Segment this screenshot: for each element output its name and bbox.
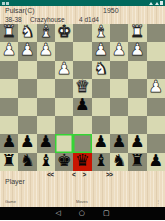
holding-cell-5[interactable]: [147, 98, 165, 116]
square-a8[interactable]: ♜: [128, 153, 146, 171]
holding-cell-2[interactable]: [147, 42, 165, 60]
back-icon[interactable]: ◁: [55, 210, 60, 217]
prev-move-button[interactable]: <: [72, 171, 75, 178]
black-pawn[interactable]: ♟: [93, 134, 108, 151]
black-queen[interactable]: ♛: [75, 153, 90, 170]
black-pawn[interactable]: ♟: [20, 134, 35, 151]
square-d1[interactable]: [73, 24, 91, 42]
square-b8[interactable]: ♞: [110, 153, 128, 171]
overflow-menu-icon[interactable]: ⋮: [156, 199, 160, 204]
square-e3[interactable]: ♟: [55, 61, 73, 79]
black-pawn[interactable]: ♟: [148, 153, 163, 170]
white-pawn[interactable]: ♟: [2, 42, 17, 59]
home-icon[interactable]: ○: [79, 210, 85, 217]
square-c3[interactable]: ♞: [92, 61, 110, 79]
square-g8[interactable]: ♞: [18, 153, 36, 171]
white-rook[interactable]: ♜: [130, 24, 145, 41]
square-g2[interactable]: ♟: [18, 42, 36, 60]
white-pawn[interactable]: ♟: [148, 79, 163, 96]
white-pawn[interactable]: ♟: [57, 61, 72, 78]
notification-icons: [2, 2, 9, 5]
square-f3[interactable]: [37, 61, 55, 79]
app-screen: Pulsar(C) 1950 38-38 Crazyhouse 4 d1d4 ♜…: [0, 0, 165, 220]
recents-icon[interactable]: ▢: [103, 210, 110, 217]
white-rook[interactable]: ♜: [2, 24, 17, 41]
black-knight[interactable]: ♞: [112, 153, 127, 170]
square-a2[interactable]: ♟: [128, 42, 146, 60]
square-e6[interactable]: [55, 116, 73, 134]
square-a4[interactable]: [128, 79, 146, 97]
square-g3[interactable]: [18, 61, 36, 79]
black-knight[interactable]: ♞: [20, 153, 35, 170]
menu-moves[interactable]: Moves: [76, 199, 88, 204]
square-b4[interactable]: [110, 79, 128, 97]
square-a5[interactable]: [128, 98, 146, 116]
black-pawn[interactable]: ♟: [112, 134, 127, 151]
next-move-button[interactable]: >: [83, 171, 86, 178]
white-pawn[interactable]: ♟: [38, 42, 53, 59]
wifi-icon: [155, 2, 159, 5]
square-f8[interactable]: ♝: [37, 153, 55, 171]
board-grid[interactable]: ♜♞♝♚♝♜♟♟♟♟♟♟♟♞♛♟♟♟♟♟♟♟♟♜♞♝♚♛♝♞♜♟: [0, 24, 165, 171]
first-move-button[interactable]: <<: [47, 171, 54, 178]
square-f5[interactable]: [37, 98, 55, 116]
menu-game[interactable]: Game: [5, 199, 16, 204]
square-e1[interactable]: ♚: [55, 24, 73, 42]
square-e8[interactable]: ♚: [55, 153, 73, 171]
notification-icon: [2, 2, 5, 5]
white-pawn[interactable]: ♟: [20, 42, 35, 59]
square-b5[interactable]: [110, 98, 128, 116]
signal-icon: [149, 2, 153, 5]
square-h3[interactable]: [0, 61, 18, 79]
holding-cell-1[interactable]: [147, 24, 165, 42]
square-e4[interactable]: [55, 79, 73, 97]
holding-cell-6[interactable]: [147, 116, 165, 134]
square-h2[interactable]: ♟: [0, 42, 18, 60]
black-pawn[interactable]: ♟: [38, 134, 53, 151]
black-rook[interactable]: ♜: [2, 153, 17, 170]
white-knight[interactable]: ♞: [20, 24, 35, 41]
opponent-name: Pulsar(C): [5, 7, 35, 14]
black-king[interactable]: ♚: [57, 153, 72, 170]
move-navigation: << < > >>: [0, 171, 165, 178]
white-bishop[interactable]: ♝: [93, 24, 108, 41]
notification-icon: [6, 2, 9, 5]
black-rook[interactable]: ♜: [130, 153, 145, 170]
square-d2[interactable]: [73, 42, 91, 60]
square-f2[interactable]: ♟: [37, 42, 55, 60]
opponent-rating: 1950: [103, 7, 119, 14]
black-pawn[interactable]: ♟: [130, 134, 145, 151]
menu-strip: Game Moves ⋮: [0, 199, 165, 206]
system-status-icons: [149, 1, 163, 5]
holding-cell-8[interactable]: ♟: [147, 153, 165, 171]
white-pawn[interactable]: ♟: [112, 42, 127, 59]
square-g4[interactable]: [18, 79, 36, 97]
square-h8[interactable]: ♜: [0, 153, 18, 171]
black-pawn[interactable]: ♟: [75, 97, 90, 114]
square-d6[interactable]: [73, 116, 91, 134]
holding-cell-4[interactable]: ♟: [147, 79, 165, 97]
white-king[interactable]: ♚: [57, 24, 72, 41]
battery-icon: [160, 1, 163, 5]
square-e5[interactable]: [55, 98, 73, 116]
square-c8[interactable]: ♝: [92, 153, 110, 171]
android-nav-bar: ◁ ○ ▢: [0, 207, 165, 221]
square-a3[interactable]: [128, 61, 146, 79]
square-f4[interactable]: [37, 79, 55, 97]
square-d8[interactable]: ♛: [73, 153, 91, 171]
white-knight[interactable]: ♞: [93, 61, 108, 78]
square-h5[interactable]: [0, 98, 18, 116]
black-pawn[interactable]: ♟: [2, 134, 17, 151]
black-bishop[interactable]: ♝: [93, 153, 108, 170]
white-pawn[interactable]: ♟: [130, 42, 145, 59]
square-h4[interactable]: [0, 79, 18, 97]
player-name: Player: [5, 178, 25, 185]
white-bishop[interactable]: ♝: [38, 24, 53, 41]
square-c4[interactable]: [92, 79, 110, 97]
square-d5[interactable]: ♟: [73, 98, 91, 116]
square-b3[interactable]: [110, 61, 128, 79]
square-g5[interactable]: [18, 98, 36, 116]
white-pawn[interactable]: ♟: [93, 42, 108, 59]
square-c5[interactable]: [92, 98, 110, 116]
square-b2[interactable]: ♟: [110, 42, 128, 60]
white-queen[interactable]: ♛: [75, 79, 90, 96]
last-move-button[interactable]: >>: [106, 171, 113, 178]
black-bishop[interactable]: ♝: [38, 153, 53, 170]
